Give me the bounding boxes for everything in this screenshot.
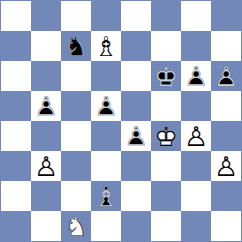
square-e4[interactable]: ♟♙ xyxy=(121,121,151,151)
square-d4[interactable] xyxy=(91,121,121,151)
square-e7[interactable] xyxy=(121,31,151,61)
black-bishop-fill-glyph: ♝ xyxy=(91,181,121,211)
square-c3[interactable] xyxy=(61,151,91,181)
square-a6[interactable] xyxy=(1,61,31,91)
square-h4[interactable] xyxy=(211,121,241,151)
white-pawn-outline-glyph: ♙ xyxy=(211,151,241,181)
square-b4[interactable] xyxy=(31,121,61,151)
square-h7[interactable] xyxy=(211,31,241,61)
square-b3[interactable]: ♟♙ xyxy=(31,151,61,181)
square-e3[interactable] xyxy=(121,151,151,181)
square-f4[interactable]: ♚♔ xyxy=(151,121,181,151)
piece-black-pawn-h6[interactable]: ♟♙ xyxy=(211,61,241,91)
square-h3[interactable]: ♟♙ xyxy=(211,151,241,181)
square-h6[interactable]: ♟♙ xyxy=(211,61,241,91)
square-c6[interactable] xyxy=(61,61,91,91)
piece-black-pawn-e4[interactable]: ♟♙ xyxy=(121,121,151,151)
square-e8[interactable] xyxy=(121,1,151,31)
piece-white-pawn-h3[interactable]: ♟♙ xyxy=(211,151,241,181)
black-king-outline-glyph: ♔ xyxy=(151,61,181,91)
square-c1[interactable]: ♞♘ xyxy=(61,211,91,241)
black-pawn-outline-glyph: ♙ xyxy=(91,91,121,121)
square-f2[interactable] xyxy=(151,181,181,211)
square-g5[interactable] xyxy=(181,91,211,121)
black-pawn-outline-glyph: ♙ xyxy=(121,121,151,151)
black-pawn-fill-glyph: ♟ xyxy=(181,61,211,91)
piece-white-bishop-d7[interactable]: ♝♗ xyxy=(91,31,121,61)
square-e2[interactable] xyxy=(121,181,151,211)
black-pawn-fill-glyph: ♟ xyxy=(31,91,61,121)
square-e5[interactable] xyxy=(121,91,151,121)
square-a4[interactable] xyxy=(1,121,31,151)
square-d3[interactable] xyxy=(91,151,121,181)
square-g7[interactable] xyxy=(181,31,211,61)
square-a8[interactable] xyxy=(1,1,31,31)
square-b8[interactable] xyxy=(31,1,61,31)
square-g8[interactable] xyxy=(181,1,211,31)
black-bishop-outline-glyph: ♗ xyxy=(91,181,121,211)
black-knight-outline-glyph: ♘ xyxy=(61,31,91,61)
piece-white-king-f4[interactable]: ♚♔ xyxy=(151,121,181,151)
square-e6[interactable] xyxy=(121,61,151,91)
square-c4[interactable] xyxy=(61,121,91,151)
square-a2[interactable] xyxy=(1,181,31,211)
piece-black-pawn-d5[interactable]: ♟♙ xyxy=(91,91,121,121)
square-f5[interactable] xyxy=(151,91,181,121)
square-f7[interactable] xyxy=(151,31,181,61)
black-pawn-fill-glyph: ♟ xyxy=(91,91,121,121)
white-pawn-fill-glyph: ♟ xyxy=(31,151,61,181)
square-c8[interactable] xyxy=(61,1,91,31)
chess-board-container: ♞♘♝♗♚♔♟♙♟♙♟♙♟♙♟♙♚♔♟♙♟♙♟♙♝♗♞♘ xyxy=(0,0,242,242)
black-pawn-fill-glyph: ♟ xyxy=(121,121,151,151)
square-d2[interactable]: ♝♗ xyxy=(91,181,121,211)
white-king-fill-glyph: ♚ xyxy=(151,121,181,151)
square-h5[interactable] xyxy=(211,91,241,121)
square-f3[interactable] xyxy=(151,151,181,181)
piece-white-knight-c1[interactable]: ♞♘ xyxy=(61,211,91,241)
piece-black-king-f6[interactable]: ♚♔ xyxy=(151,61,181,91)
white-bishop-outline-glyph: ♗ xyxy=(91,31,121,61)
square-g6[interactable]: ♟♙ xyxy=(181,61,211,91)
black-pawn-fill-glyph: ♟ xyxy=(211,61,241,91)
square-h8[interactable] xyxy=(211,1,241,31)
white-pawn-fill-glyph: ♟ xyxy=(181,121,211,151)
square-b6[interactable] xyxy=(31,61,61,91)
square-b2[interactable] xyxy=(31,181,61,211)
piece-black-bishop-d2[interactable]: ♝♗ xyxy=(91,181,121,211)
square-g1[interactable] xyxy=(181,211,211,241)
piece-black-pawn-b5[interactable]: ♟♙ xyxy=(31,91,61,121)
black-king-fill-glyph: ♚ xyxy=(151,61,181,91)
white-pawn-fill-glyph: ♟ xyxy=(211,151,241,181)
square-a1[interactable] xyxy=(1,211,31,241)
piece-black-knight-c7[interactable]: ♞♘ xyxy=(61,31,91,61)
white-pawn-outline-glyph: ♙ xyxy=(181,121,211,151)
square-b1[interactable] xyxy=(31,211,61,241)
square-a3[interactable] xyxy=(1,151,31,181)
square-g3[interactable] xyxy=(181,151,211,181)
white-king-outline-glyph: ♔ xyxy=(151,121,181,151)
square-g2[interactable] xyxy=(181,181,211,211)
white-pawn-outline-glyph: ♙ xyxy=(31,151,61,181)
square-c5[interactable] xyxy=(61,91,91,121)
square-f1[interactable] xyxy=(151,211,181,241)
piece-white-pawn-g4[interactable]: ♟♙ xyxy=(181,121,211,151)
square-e1[interactable] xyxy=(121,211,151,241)
square-d1[interactable] xyxy=(91,211,121,241)
piece-white-pawn-b3[interactable]: ♟♙ xyxy=(31,151,61,181)
black-pawn-outline-glyph: ♙ xyxy=(181,61,211,91)
white-knight-outline-glyph: ♘ xyxy=(61,211,91,241)
square-g4[interactable]: ♟♙ xyxy=(181,121,211,151)
square-a5[interactable] xyxy=(1,91,31,121)
white-knight-fill-glyph: ♞ xyxy=(61,211,91,241)
piece-black-pawn-g6[interactable]: ♟♙ xyxy=(181,61,211,91)
black-pawn-outline-glyph: ♙ xyxy=(211,61,241,91)
square-f8[interactable] xyxy=(151,1,181,31)
square-d6[interactable] xyxy=(91,61,121,91)
square-d7[interactable]: ♝♗ xyxy=(91,31,121,61)
square-c7[interactable]: ♞♘ xyxy=(61,31,91,61)
square-d8[interactable] xyxy=(91,1,121,31)
square-a7[interactable] xyxy=(1,31,31,61)
square-c2[interactable] xyxy=(61,181,91,211)
white-bishop-fill-glyph: ♝ xyxy=(91,31,121,61)
black-knight-fill-glyph: ♞ xyxy=(61,31,91,61)
square-d5[interactable]: ♟♙ xyxy=(91,91,121,121)
square-f6[interactable]: ♚♔ xyxy=(151,61,181,91)
square-h1[interactable] xyxy=(211,211,241,241)
black-pawn-outline-glyph: ♙ xyxy=(31,91,61,121)
chess-board: ♞♘♝♗♚♔♟♙♟♙♟♙♟♙♟♙♚♔♟♙♟♙♟♙♝♗♞♘ xyxy=(0,0,242,242)
square-h2[interactable] xyxy=(211,181,241,211)
square-b5[interactable]: ♟♙ xyxy=(31,91,61,121)
square-b7[interactable] xyxy=(31,31,61,61)
